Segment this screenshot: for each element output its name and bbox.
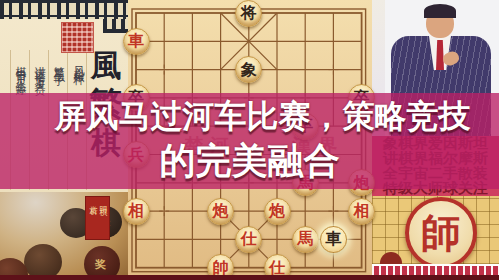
xiangqi-piece-仕[interactable]: 仕	[235, 226, 262, 253]
calligraphy-column: 讲评论道万人贵	[31, 57, 46, 78]
xiangqi-piece-相[interactable]: 相	[123, 198, 150, 225]
tag-column: 明棋	[98, 197, 108, 239]
xiangqi-piece-馬[interactable]: 馬	[292, 226, 319, 253]
decor-board: 師	[372, 196, 499, 264]
xiangqi-piece-将[interactable]: 将	[235, 0, 262, 27]
lattice-border-corner	[103, 19, 128, 33]
big-char: 風	[88, 50, 124, 81]
xiangqi-piece-炮[interactable]: 炮	[207, 198, 234, 225]
banner-line-2: 的完美融合	[0, 139, 499, 183]
xiangqi-piece-相[interactable]: 相	[348, 198, 375, 225]
banner-line-1: 屏风马过河车比赛，策略竞技	[13, 93, 499, 139]
tag-column: 赏析	[88, 197, 98, 239]
xiangqi-piece-車[interactable]: 車	[123, 28, 150, 55]
photo-piece-char: 奖	[95, 257, 106, 272]
promo-thumbnail: 風 繁 棋 风起楸枰 繁星似子 讲评论道万人贵 棋中日月人生趣 米 奖 明棋 赏…	[0, 0, 499, 280]
red-seal-stamp	[61, 22, 94, 53]
presenter-hair	[424, 4, 456, 18]
xiangqi-piece-炮[interactable]: 炮	[264, 198, 291, 225]
title-banner: 屏风马过河车比赛，策略竞技 的完美融合	[0, 93, 499, 189]
chess-pieces-photo: 米 奖 明棋 赏析	[0, 192, 128, 280]
bottom-bar	[0, 275, 499, 280]
calligraphy-column: 繁星似子	[50, 57, 65, 69]
decor-piece	[380, 252, 402, 264]
photo-red-tag: 明棋 赏析	[86, 197, 109, 239]
lattice-border	[0, 0, 128, 19]
calligraphy-column: 棋中日月人生趣	[12, 57, 27, 78]
xiangqi-piece-車[interactable]: 車	[320, 226, 347, 253]
calligraphy-column: 风起楸枰	[70, 57, 85, 69]
shi-piece: 師	[405, 197, 477, 264]
